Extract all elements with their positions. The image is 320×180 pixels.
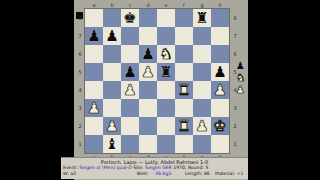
square-b4[interactable] xyxy=(103,81,121,99)
square-b7[interactable]: ♟ xyxy=(103,27,121,45)
square-g6[interactable] xyxy=(193,45,211,63)
stats-segment-0: W: a3 xyxy=(63,171,76,177)
square-c7[interactable] xyxy=(121,27,139,45)
square-h4[interactable]: ♟ xyxy=(211,81,229,99)
piece-white-pawn: ♟ xyxy=(87,99,100,117)
square-f7[interactable] xyxy=(175,27,193,45)
video-frame: ♚♜♟♟♟♞♟♟♜♟♟♜♟♟♟♜♟♚♝ aabbccddeeffgghh8877… xyxy=(0,0,320,180)
rank-label-left-8: 8 xyxy=(76,9,84,27)
square-c8[interactable]: ♚ xyxy=(121,9,139,27)
event-site-segment-4: 1970, Round: 5 xyxy=(172,165,209,170)
piece-white-rook: ♜ xyxy=(177,117,190,135)
piece-black-pawn: ♟ xyxy=(105,27,118,45)
square-b2[interactable]: ♟ xyxy=(103,117,121,135)
square-d8[interactable] xyxy=(139,9,157,27)
file-label-top-g: g xyxy=(193,2,211,8)
square-h2[interactable]: ♚ xyxy=(211,117,229,135)
square-e2[interactable] xyxy=(157,117,175,135)
square-a5[interactable] xyxy=(85,63,103,81)
piece-black-pawn: ♟ xyxy=(141,45,154,63)
square-d2[interactable] xyxy=(139,117,157,135)
square-h7[interactable] xyxy=(211,27,229,45)
square-c6[interactable] xyxy=(121,45,139,63)
square-g7[interactable] xyxy=(193,27,211,45)
square-f1[interactable] xyxy=(175,135,193,153)
square-e8[interactable] xyxy=(157,9,175,27)
square-c2[interactable] xyxy=(121,117,139,135)
square-f8[interactable] xyxy=(175,9,193,27)
material-tray: ♟♞♟ xyxy=(234,60,247,96)
square-f6[interactable] xyxy=(175,45,193,63)
rank-label-left-5: 5 xyxy=(76,63,84,81)
square-c5[interactable]: ♟ xyxy=(121,63,139,81)
square-d7[interactable] xyxy=(139,27,157,45)
square-e6[interactable]: ♞ xyxy=(157,45,175,63)
square-h8[interactable] xyxy=(211,9,229,27)
square-a8[interactable] xyxy=(85,9,103,27)
square-a3[interactable]: ♟ xyxy=(85,99,103,117)
rank-label-left-3: 3 xyxy=(76,99,84,117)
square-d4[interactable] xyxy=(139,81,157,99)
letterbox-right xyxy=(248,0,320,180)
piece-black-rook: ♜ xyxy=(159,63,172,81)
square-a4[interactable] xyxy=(85,81,103,99)
tray-white-knight: ♞ xyxy=(236,72,245,84)
event-site-segment-2: Site: xyxy=(132,165,145,170)
piece-white-pawn: ♟ xyxy=(123,81,136,99)
square-d6[interactable]: ♟ xyxy=(139,45,157,63)
piece-black-pawn: ♟ xyxy=(87,27,100,45)
piece-white-pawn: ♟ xyxy=(105,117,118,135)
stats-segment-3: Length: 46 xyxy=(185,171,210,177)
square-d5[interactable]: ♟ xyxy=(139,63,157,81)
square-g3[interactable] xyxy=(193,99,211,117)
tray-black-pawn: ♟ xyxy=(236,60,245,72)
square-e5[interactable]: ♜ xyxy=(157,63,175,81)
piece-black-rook: ♜ xyxy=(195,9,208,27)
rank-label-left-4: 4 xyxy=(76,81,84,99)
stats-segment-4: Material: +1 xyxy=(215,171,243,177)
rank-label-right-1: 1 xyxy=(231,135,239,153)
square-h3[interactable] xyxy=(211,99,229,117)
piece-white-knight: ♞ xyxy=(159,45,172,63)
file-label-top-a: a xyxy=(85,2,103,8)
square-a1[interactable] xyxy=(85,135,103,153)
file-label-top-b: b xyxy=(103,2,121,8)
file-label-top-f: f xyxy=(175,2,193,8)
file-label-top-c: c xyxy=(121,2,139,8)
square-h5[interactable]: ♟ xyxy=(211,63,229,81)
square-f3[interactable] xyxy=(175,99,193,117)
event-site-segment-3: Siegen GER xyxy=(145,165,172,170)
square-g2[interactable]: ♟ xyxy=(193,117,211,135)
square-g4[interactable] xyxy=(193,81,211,99)
square-g5[interactable] xyxy=(193,63,211,81)
square-e1[interactable] xyxy=(157,135,175,153)
piece-white-rook: ♜ xyxy=(177,81,190,99)
square-a2[interactable] xyxy=(85,117,103,135)
square-h1[interactable] xyxy=(211,135,229,153)
square-h6[interactable] xyxy=(211,45,229,63)
square-b1[interactable]: ♝ xyxy=(103,135,121,153)
square-g8[interactable]: ♜ xyxy=(193,9,211,27)
stats-segment-2: 36.Rg5 xyxy=(155,171,171,177)
rank-label-right-8: 8 xyxy=(231,9,239,27)
rank-label-right-2: 2 xyxy=(231,117,239,135)
square-c1[interactable] xyxy=(121,135,139,153)
square-e3[interactable] xyxy=(157,99,175,117)
square-a6[interactable] xyxy=(85,45,103,63)
piece-white-king: ♚ xyxy=(213,117,226,135)
square-c4[interactable]: ♟ xyxy=(121,81,139,99)
rank-label-left-2: 2 xyxy=(76,117,84,135)
piece-white-pawn: ♟ xyxy=(141,63,154,81)
piece-black-pawn: ♟ xyxy=(213,63,226,81)
caption-bar: Portisch, Lajos — Lutfy, Abdel Rahmani 1… xyxy=(61,157,248,179)
chess-gui-panel: ♚♜♟♟♟♞♟♟♜♟♟♜♟♟♟♜♟♚♝ aabbccddeeffgghh8877… xyxy=(74,0,248,180)
stats-segment-1: Best: xyxy=(137,171,149,177)
square-d1[interactable] xyxy=(139,135,157,153)
file-label-top-d: d xyxy=(139,2,157,8)
piece-black-pawn: ♟ xyxy=(123,63,136,81)
piece-black-king: ♚ xyxy=(123,9,136,27)
square-f2[interactable]: ♜ xyxy=(175,117,193,135)
rank-label-left-1: 1 xyxy=(76,135,84,153)
rank-label-right-3: 3 xyxy=(231,99,239,117)
event-site-segment-1: Siegen ol (Men) qual-D xyxy=(79,165,132,170)
square-a7[interactable]: ♟ xyxy=(85,27,103,45)
file-label-top-e: e xyxy=(157,2,175,8)
event-site-segment-0: Event: xyxy=(63,165,79,170)
square-b5[interactable] xyxy=(103,63,121,81)
file-label-top-h: h xyxy=(211,2,229,8)
piece-black-bishop: ♝ xyxy=(105,135,118,153)
tray-white-pawn: ♟ xyxy=(236,84,245,96)
square-f4[interactable]: ♜ xyxy=(175,81,193,99)
square-g1[interactable] xyxy=(193,135,211,153)
square-f5[interactable] xyxy=(175,63,193,81)
square-e4[interactable] xyxy=(157,81,175,99)
square-b6[interactable] xyxy=(103,45,121,63)
square-b8[interactable] xyxy=(103,9,121,27)
letterbox-left xyxy=(0,0,74,180)
square-b3[interactable] xyxy=(103,99,121,117)
rank-label-right-7: 7 xyxy=(231,27,239,45)
rank-label-left-6: 6 xyxy=(76,45,84,63)
piece-white-pawn: ♟ xyxy=(213,81,226,99)
square-c3[interactable] xyxy=(121,99,139,117)
square-e7[interactable] xyxy=(157,27,175,45)
chess-board: ♚♜♟♟♟♞♟♟♜♟♟♜♟♟♟♜♟♚♝ xyxy=(85,9,229,153)
square-d3[interactable] xyxy=(139,99,157,117)
piece-white-pawn: ♟ xyxy=(195,117,208,135)
rank-label-left-7: 7 xyxy=(76,27,84,45)
